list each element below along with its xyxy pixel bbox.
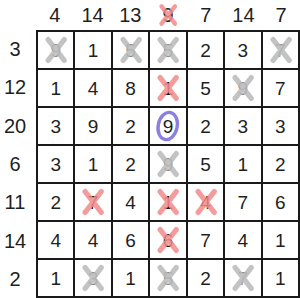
cell-r7-c7[interactable]: 1 xyxy=(263,260,298,296)
col-target-label: 9 xyxy=(162,5,173,25)
sumplete-board: 4141397147 31220611142 91552371481597392… xyxy=(0,0,300,298)
col-target-3: 13 xyxy=(111,0,149,30)
cell-r3-c1[interactable]: 3 xyxy=(38,108,73,144)
row-target-6: 14 xyxy=(0,221,36,259)
col-target-label: 4 xyxy=(49,5,60,25)
cell-r5-c4[interactable]: 1 xyxy=(150,184,185,220)
cell-value: 9 xyxy=(88,117,99,136)
cell-r2-c5[interactable]: 5 xyxy=(188,70,223,106)
cell-value: 2 xyxy=(50,193,61,212)
row-target-label: 6 xyxy=(9,154,20,174)
cell-r6-c1[interactable]: 4 xyxy=(38,222,73,258)
cell-value: 3 xyxy=(88,269,99,288)
cell-r7-c2[interactable]: 3 xyxy=(75,260,110,296)
cell-value: 4 xyxy=(125,193,136,212)
cell-r4-c4[interactable]: 9 xyxy=(150,146,185,182)
cell-value: 9 xyxy=(163,117,174,136)
cell-r1-c5[interactable]: 2 xyxy=(188,32,223,68)
cell-value: 2 xyxy=(200,117,211,136)
cell-value: 2 xyxy=(200,269,211,288)
cell-r7-c1[interactable]: 1 xyxy=(38,260,73,296)
cell-r4-c3[interactable]: 2 xyxy=(113,146,148,182)
cell-value: 2 xyxy=(200,41,211,60)
cell-r3-c2[interactable]: 9 xyxy=(75,108,110,144)
cell-value: 5 xyxy=(163,269,174,288)
cell-r6-c5[interactable]: 7 xyxy=(188,222,223,258)
cell-value: 3 xyxy=(50,117,61,136)
cell-r3-c3[interactable]: 2 xyxy=(113,108,148,144)
cell-r2-c7[interactable]: 7 xyxy=(263,70,298,106)
col-target-label: 7 xyxy=(200,5,211,25)
cell-r7-c4[interactable]: 5 xyxy=(150,260,185,296)
cell-r7-c3[interactable]: 1 xyxy=(113,260,148,296)
cell-r4-c7[interactable]: 2 xyxy=(263,146,298,182)
cell-value: 9 xyxy=(238,79,249,98)
cell-value: 4 xyxy=(200,193,211,212)
cell-value: 4 xyxy=(88,231,99,250)
cell-value: 8 xyxy=(125,79,136,98)
cell-value: 1 xyxy=(88,41,99,60)
cell-value: 3 xyxy=(238,117,249,136)
cell-value: 7 xyxy=(200,231,211,250)
cell-value: 1 xyxy=(238,155,249,174)
col-target-2: 14 xyxy=(74,0,112,30)
cell-r6-c4[interactable]: 6 xyxy=(150,222,185,258)
cell-value: 1 xyxy=(275,269,286,288)
cell-r3-c4[interactable]: 9 xyxy=(150,108,185,144)
cell-r6-c7[interactable]: 1 xyxy=(263,222,298,258)
row-target-label: 3 xyxy=(9,39,20,59)
row-target-5: 11 xyxy=(0,183,36,221)
cell-value: 5 xyxy=(200,79,211,98)
col-target-label: 14 xyxy=(232,5,254,25)
cell-value: 7 xyxy=(275,41,286,60)
cell-value: 7 xyxy=(238,269,249,288)
cell-r5-c1[interactable]: 2 xyxy=(38,184,73,220)
cell-value: 2 xyxy=(275,155,286,174)
cell-r1-c1[interactable]: 9 xyxy=(38,32,73,68)
cell-value: 4 xyxy=(88,79,99,98)
cell-r5-c2[interactable]: 7 xyxy=(75,184,110,220)
row-target-label: 14 xyxy=(4,231,26,251)
cell-r2-c2[interactable]: 4 xyxy=(75,70,110,106)
cell-r1-c4[interactable]: 5 xyxy=(150,32,185,68)
cell-value: 1 xyxy=(50,79,61,98)
cell-value: 1 xyxy=(88,155,99,174)
cell-r6-c2[interactable]: 4 xyxy=(75,222,110,258)
cell-r3-c6[interactable]: 3 xyxy=(225,108,260,144)
cell-value: 9 xyxy=(50,41,61,60)
cell-r1-c6[interactable]: 3 xyxy=(225,32,260,68)
cell-value: 6 xyxy=(163,231,174,250)
cell-value: 7 xyxy=(238,193,249,212)
cell-value: 3 xyxy=(275,117,286,136)
cell-r1-c3[interactable]: 5 xyxy=(113,32,148,68)
cell-value: 9 xyxy=(163,155,174,174)
cell-value: 1 xyxy=(163,193,174,212)
row-target-label: 11 xyxy=(5,192,26,212)
cell-r5-c5[interactable]: 4 xyxy=(188,184,223,220)
cell-r7-c6[interactable]: 7 xyxy=(225,260,260,296)
cell-value: 1 xyxy=(275,231,286,250)
cell-r4-c5[interactable]: 5 xyxy=(188,146,223,182)
cell-value: 5 xyxy=(200,155,211,174)
cell-r2-c4[interactable]: 1 xyxy=(150,70,185,106)
cell-r3-c5[interactable]: 2 xyxy=(188,108,223,144)
row-target-4: 6 xyxy=(0,145,36,183)
row-target-label: 2 xyxy=(9,269,20,289)
cell-value: 7 xyxy=(275,79,286,98)
cell-value: 1 xyxy=(50,269,61,288)
col-target-1: 4 xyxy=(36,0,74,30)
cell-value: 1 xyxy=(125,269,136,288)
cell-r1-c2[interactable]: 1 xyxy=(75,32,110,68)
col-target-7: 7 xyxy=(262,0,300,30)
cell-value: 2 xyxy=(125,155,136,174)
cell-r7-c5[interactable]: 2 xyxy=(188,260,223,296)
cell-r1-c7[interactable]: 7 xyxy=(263,32,298,68)
col-target-label: 7 xyxy=(276,5,287,25)
cell-value: 5 xyxy=(163,41,174,60)
cell-value: 1 xyxy=(163,79,174,98)
cell-r4-c6[interactable]: 1 xyxy=(225,146,260,182)
cell-value: 3 xyxy=(238,41,249,60)
col-target-5: 7 xyxy=(187,0,225,30)
cell-r4-c1[interactable]: 3 xyxy=(38,146,73,182)
cell-r4-c2[interactable]: 1 xyxy=(75,146,110,182)
cell-value: 2 xyxy=(125,117,136,136)
cell-r6-c3[interactable]: 6 xyxy=(113,222,148,258)
cell-r2-c6[interactable]: 9 xyxy=(225,70,260,106)
corner-spacer xyxy=(0,0,36,30)
row-target-label: 20 xyxy=(4,116,26,136)
row-target-2: 12 xyxy=(0,68,36,106)
cell-r5-c7[interactable]: 6 xyxy=(263,184,298,220)
cell-value: 7 xyxy=(88,193,99,212)
cell-value: 5 xyxy=(125,41,136,60)
cell-r5-c6[interactable]: 7 xyxy=(225,184,260,220)
puzzle-grid: 9155237148159739292333129512274147644667… xyxy=(36,30,300,298)
col-target-4: 9 xyxy=(149,0,187,30)
row-target-label: 12 xyxy=(4,77,26,97)
cell-r5-c3[interactable]: 4 xyxy=(113,184,148,220)
cell-r6-c6[interactable]: 4 xyxy=(225,222,260,258)
row-target-7: 2 xyxy=(0,260,36,298)
col-headers: 4141397147 xyxy=(36,0,300,30)
col-target-6: 14 xyxy=(225,0,263,30)
cell-value: 4 xyxy=(238,231,249,250)
cell-value: 6 xyxy=(125,231,136,250)
row-headers: 31220611142 xyxy=(0,30,36,298)
row-target-1: 3 xyxy=(0,30,36,68)
cell-value: 6 xyxy=(275,193,286,212)
col-target-label: 13 xyxy=(119,5,141,25)
cell-r2-c3[interactable]: 8 xyxy=(113,70,148,106)
cell-value: 4 xyxy=(50,231,61,250)
col-target-label: 14 xyxy=(81,5,103,25)
cell-r3-c7[interactable]: 3 xyxy=(263,108,298,144)
cell-value: 3 xyxy=(50,155,61,174)
cell-r2-c1[interactable]: 1 xyxy=(38,70,73,106)
row-target-3: 20 xyxy=(0,107,36,145)
